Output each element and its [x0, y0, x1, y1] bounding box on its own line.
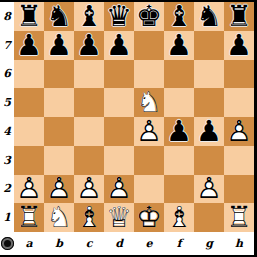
piece-glyph-layer: ♟ — [44, 31, 74, 60]
rank-label-8: 8 — [0, 2, 14, 31]
square-c8[interactable]: ♝ — [74, 2, 104, 31]
file-label-e: e — [134, 232, 164, 255]
piece-black-king-e8[interactable]: ♚ — [134, 2, 164, 31]
square-d4[interactable] — [104, 117, 134, 146]
piece-outline-layer: ♙ — [44, 175, 74, 204]
square-e1[interactable]: ♚♔ — [134, 203, 164, 232]
square-e8[interactable]: ♚ — [134, 2, 164, 31]
square-h8[interactable]: ♜ — [224, 2, 254, 31]
piece-black-rook-h8[interactable]: ♜ — [224, 2, 254, 31]
piece-black-pawn-g4[interactable]: ♟ — [194, 117, 224, 146]
piece-glyph-layer: ♛ — [104, 2, 134, 31]
square-h7[interactable]: ♟ — [224, 31, 254, 60]
piece-fill-layer: ♞ — [44, 203, 74, 232]
square-g8[interactable]: ♞ — [194, 2, 224, 31]
square-c1[interactable]: ♝♗ — [74, 203, 104, 232]
square-g2[interactable]: ♟♙ — [194, 175, 224, 204]
piece-black-queen-d8[interactable]: ♛ — [104, 2, 134, 31]
piece-white-rook-h1[interactable]: ♜♖ — [224, 203, 254, 232]
square-f5[interactable] — [164, 88, 194, 117]
square-f3[interactable] — [164, 146, 194, 175]
file-label-h: h — [224, 232, 254, 255]
file-label-a: a — [14, 232, 44, 255]
piece-glyph-layer: ♟ — [164, 117, 194, 146]
piece-black-bishop-f8[interactable]: ♝ — [164, 2, 194, 31]
side-to-move-indicator-black — [1, 237, 14, 250]
piece-glyph-layer: ♞ — [44, 2, 74, 31]
piece-glyph-layer: ♟ — [224, 31, 254, 60]
piece-white-bishop-c1[interactable]: ♝♗ — [74, 203, 104, 232]
piece-black-pawn-d7[interactable]: ♟ — [104, 31, 134, 60]
piece-glyph-layer: ♟ — [14, 31, 44, 60]
square-b7[interactable]: ♟ — [44, 31, 74, 60]
piece-white-rook-a1[interactable]: ♜♖ — [14, 203, 44, 232]
piece-white-pawn-d2[interactable]: ♟♙ — [104, 175, 134, 204]
piece-fill-layer: ♝ — [74, 203, 104, 232]
square-b1[interactable]: ♞♘ — [44, 203, 74, 232]
square-g3[interactable] — [194, 146, 224, 175]
piece-outline-layer: ♗ — [164, 203, 194, 232]
square-b2[interactable]: ♟♙ — [44, 175, 74, 204]
piece-outline-layer: ♕ — [104, 203, 134, 232]
square-a7[interactable]: ♟ — [14, 31, 44, 60]
square-c4[interactable] — [74, 117, 104, 146]
square-h4[interactable]: ♟♙ — [224, 117, 254, 146]
piece-black-pawn-f7[interactable]: ♟ — [164, 31, 194, 60]
square-g1[interactable] — [194, 203, 224, 232]
rank-label-7: 7 — [0, 31, 14, 60]
piece-fill-layer: ♟ — [14, 175, 44, 204]
square-e3[interactable] — [134, 146, 164, 175]
square-a4[interactable] — [14, 117, 44, 146]
piece-white-pawn-g2[interactable]: ♟♙ — [194, 175, 224, 204]
square-f2[interactable] — [164, 175, 194, 204]
piece-outline-layer: ♔ — [134, 203, 164, 232]
square-d3[interactable] — [104, 146, 134, 175]
square-b6[interactable] — [44, 60, 74, 89]
piece-white-pawn-a2[interactable]: ♟♙ — [14, 175, 44, 204]
square-h2[interactable] — [224, 175, 254, 204]
chess-board: ♜♞♝♛♚♝♞♜♟♟♟♟♟♟♞♘♟♙♟♟♟♙♟♙♟♙♟♙♟♙♟♙♜♖♞♘♝♗♛♕… — [14, 2, 254, 232]
square-e7[interactable] — [134, 31, 164, 60]
file-label-b: b — [44, 232, 74, 255]
square-e5[interactable]: ♞♘ — [134, 88, 164, 117]
piece-fill-layer: ♟ — [194, 175, 224, 204]
square-c7[interactable]: ♟ — [74, 31, 104, 60]
piece-fill-layer: ♛ — [104, 203, 134, 232]
square-f6[interactable] — [164, 60, 194, 89]
square-d6[interactable] — [104, 60, 134, 89]
square-d1[interactable]: ♛♕ — [104, 203, 134, 232]
square-c3[interactable] — [74, 146, 104, 175]
piece-fill-layer: ♟ — [74, 175, 104, 204]
file-label-f: f — [164, 232, 194, 255]
turn-indicator-area — [0, 232, 14, 255]
rank-label-1: 1 — [0, 203, 14, 232]
piece-glyph-layer: ♟ — [194, 117, 224, 146]
square-c5[interactable] — [74, 88, 104, 117]
piece-fill-layer: ♝ — [164, 203, 194, 232]
piece-black-knight-b8[interactable]: ♞ — [44, 2, 74, 31]
piece-fill-layer: ♟ — [224, 117, 254, 146]
square-b3[interactable] — [44, 146, 74, 175]
square-a2[interactable]: ♟♙ — [14, 175, 44, 204]
piece-black-pawn-h7[interactable]: ♟ — [224, 31, 254, 60]
square-b5[interactable] — [44, 88, 74, 117]
piece-fill-layer: ♚ — [134, 203, 164, 232]
chess-diagram: 87654321 ♜♞♝♛♚♝♞♜♟♟♟♟♟♟♞♘♟♙♟♟♟♙♟♙♟♙♟♙♟♙♟… — [0, 0, 257, 257]
piece-white-king-e1[interactable]: ♚♔ — [134, 203, 164, 232]
piece-outline-layer: ♙ — [74, 175, 104, 204]
piece-black-pawn-b7[interactable]: ♟ — [44, 31, 74, 60]
square-g4[interactable]: ♟ — [194, 117, 224, 146]
piece-white-knight-e5[interactable]: ♞♘ — [134, 88, 164, 117]
piece-white-pawn-h4[interactable]: ♟♙ — [224, 117, 254, 146]
square-d2[interactable]: ♟♙ — [104, 175, 134, 204]
piece-glyph-layer: ♜ — [224, 2, 254, 31]
piece-white-pawn-c2[interactable]: ♟♙ — [74, 175, 104, 204]
square-h3[interactable] — [224, 146, 254, 175]
square-f4[interactable]: ♟ — [164, 117, 194, 146]
piece-fill-layer: ♜ — [14, 203, 44, 232]
rank-label-5: 5 — [0, 88, 14, 117]
square-b8[interactable]: ♞ — [44, 2, 74, 31]
square-c6[interactable] — [74, 60, 104, 89]
square-g5[interactable] — [194, 88, 224, 117]
file-label-g: g — [194, 232, 224, 255]
square-e2[interactable] — [134, 175, 164, 204]
piece-white-queen-d1[interactable]: ♛♕ — [104, 203, 134, 232]
square-e4[interactable]: ♟♙ — [134, 117, 164, 146]
piece-black-knight-g8[interactable]: ♞ — [194, 2, 224, 31]
square-g6[interactable] — [194, 60, 224, 89]
square-d8[interactable]: ♛ — [104, 2, 134, 31]
piece-outline-layer: ♙ — [134, 117, 164, 146]
square-a1[interactable]: ♜♖ — [14, 203, 44, 232]
square-h5[interactable] — [224, 88, 254, 117]
piece-outline-layer: ♖ — [14, 203, 44, 232]
piece-fill-layer: ♜ — [224, 203, 254, 232]
piece-glyph-layer: ♞ — [194, 2, 224, 31]
piece-white-knight-b1[interactable]: ♞♘ — [44, 203, 74, 232]
square-a6[interactable] — [14, 60, 44, 89]
file-label-d: d — [104, 232, 134, 255]
piece-glyph-layer: ♟ — [74, 31, 104, 60]
file-label-c: c — [74, 232, 104, 255]
piece-fill-layer: ♟ — [44, 175, 74, 204]
piece-outline-layer: ♙ — [194, 175, 224, 204]
square-a5[interactable] — [14, 88, 44, 117]
square-f8[interactable]: ♝ — [164, 2, 194, 31]
piece-outline-layer: ♘ — [134, 88, 164, 117]
rank-labels: 87654321 — [0, 2, 14, 232]
piece-outline-layer: ♙ — [104, 175, 134, 204]
piece-outline-layer: ♙ — [14, 175, 44, 204]
piece-glyph-layer: ♜ — [14, 2, 44, 31]
rank-label-4: 4 — [0, 117, 14, 146]
piece-outline-layer: ♗ — [74, 203, 104, 232]
piece-outline-layer: ♘ — [44, 203, 74, 232]
square-a3[interactable] — [14, 146, 44, 175]
square-e6[interactable] — [134, 60, 164, 89]
square-c2[interactable]: ♟♙ — [74, 175, 104, 204]
square-d5[interactable] — [104, 88, 134, 117]
rank-label-2: 2 — [0, 175, 14, 204]
piece-fill-layer: ♟ — [134, 117, 164, 146]
file-labels: abcdefgh — [14, 232, 254, 255]
piece-outline-layer: ♙ — [224, 117, 254, 146]
piece-white-pawn-e4[interactable]: ♟♙ — [134, 117, 164, 146]
piece-glyph-layer: ♝ — [164, 2, 194, 31]
piece-black-pawn-c7[interactable]: ♟ — [74, 31, 104, 60]
piece-glyph-layer: ♚ — [134, 2, 164, 31]
piece-glyph-layer: ♟ — [164, 31, 194, 60]
piece-white-bishop-f1[interactable]: ♝♗ — [164, 203, 194, 232]
piece-glyph-layer: ♟ — [104, 31, 134, 60]
square-d7[interactable]: ♟ — [104, 31, 134, 60]
piece-fill-layer: ♞ — [134, 88, 164, 117]
square-a8[interactable]: ♜ — [14, 2, 44, 31]
square-h6[interactable] — [224, 60, 254, 89]
piece-white-pawn-b2[interactable]: ♟♙ — [44, 175, 74, 204]
piece-outline-layer: ♖ — [224, 203, 254, 232]
piece-black-pawn-a7[interactable]: ♟ — [14, 31, 44, 60]
square-h1[interactable]: ♜♖ — [224, 203, 254, 232]
piece-black-pawn-f4[interactable]: ♟ — [164, 117, 194, 146]
square-f1[interactable]: ♝♗ — [164, 203, 194, 232]
piece-black-bishop-c8[interactable]: ♝ — [74, 2, 104, 31]
piece-black-rook-a8[interactable]: ♜ — [14, 2, 44, 31]
piece-glyph-layer: ♝ — [74, 2, 104, 31]
rank-label-6: 6 — [0, 60, 14, 89]
piece-fill-layer: ♟ — [104, 175, 134, 204]
square-g7[interactable] — [194, 31, 224, 60]
rank-label-3: 3 — [0, 146, 14, 175]
square-f7[interactable]: ♟ — [164, 31, 194, 60]
square-b4[interactable] — [44, 117, 74, 146]
